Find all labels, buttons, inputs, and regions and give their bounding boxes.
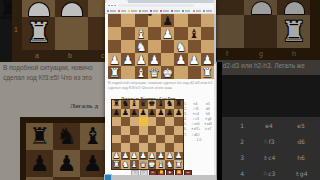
square	[174, 66, 187, 79]
square: ♟	[174, 109, 183, 118]
caption-line1: В подобной ситуации, новичок сделал бы х…	[108, 81, 213, 85]
bg-movelist-row: 4♘c3♗g4	[222, 171, 320, 177]
bookmark-label	[142, 10, 148, 12]
bookmark-favicon-icon	[128, 10, 130, 12]
white-knight-icon: ♞	[122, 161, 129, 169]
black-bishop-icon: ♝	[189, 28, 200, 40]
bg-movelist-row: 1e4e5	[222, 123, 320, 129]
bg-white-rook-icon: ♜	[24, 19, 53, 47]
square	[201, 14, 214, 27]
background-right-enlarged: ♜ f g h д d2-d3 или h2-h3. Легаль же 1e4…	[215, 0, 320, 180]
square	[130, 126, 139, 135]
square: ♛	[148, 66, 161, 79]
square	[148, 40, 161, 53]
white-pawn-icon: ♟	[149, 54, 160, 66]
white-pawn-icon: ♟	[189, 54, 200, 66]
square	[174, 14, 187, 27]
bookmark-label	[196, 10, 202, 12]
square: ♝	[156, 160, 165, 169]
square	[112, 135, 121, 144]
bookmark-label	[163, 10, 169, 12]
movelist-row: 7.♘d5#	[184, 134, 214, 137]
bg-caption-line2: сделал ход Kf3:e5! Что из это	[3, 75, 105, 82]
white-knight-icon: ♞	[166, 161, 173, 169]
bookmark-item[interactable]	[107, 9, 116, 12]
address-bar[interactable]	[118, 4, 194, 7]
square	[121, 14, 134, 27]
bottom-band	[105, 175, 216, 180]
bookmark-label	[206, 10, 212, 12]
movelist-row: 1.e4e5	[184, 103, 214, 106]
white-pawn-icon: ♟	[122, 152, 129, 160]
square: ♜	[112, 160, 121, 169]
white-pawn-icon: ♟	[113, 152, 120, 160]
square	[121, 66, 134, 79]
bg-file-label: f	[226, 50, 228, 57]
square	[112, 126, 121, 135]
white-bishop-icon: ♝	[136, 28, 147, 40]
square	[135, 14, 148, 27]
bg-file-label: h	[292, 50, 296, 57]
square	[108, 40, 121, 53]
square: ♟	[148, 109, 157, 118]
bg-white-pawn-top-icon	[284, 1, 305, 15]
black-pawn-icon: ♟	[122, 109, 129, 117]
square	[165, 126, 174, 135]
white-pawn-icon: ♟	[131, 152, 138, 160]
square: ♝	[130, 160, 139, 169]
diagram2-frame: ♜♞♝♛♚♝♞♜♟♟♟♟♟♟♟♟♟♟♟♟♟♟♟♟♜♞♝♛♚♝♞♜	[111, 99, 184, 170]
square	[165, 135, 174, 144]
square: ♟	[201, 53, 214, 66]
white-bishop-icon: ♝	[131, 161, 138, 169]
square	[188, 66, 201, 79]
bookmark-item[interactable]	[193, 9, 202, 12]
movelist-row: 5.♘xe5♗xd1	[184, 123, 214, 126]
bg-file-label: a	[35, 52, 39, 59]
square	[165, 117, 174, 126]
square	[201, 27, 214, 40]
square	[148, 126, 157, 135]
black-pawn-icon: ♟	[139, 109, 146, 117]
bg-board-frame-bottom	[215, 48, 320, 60]
bookmark-item[interactable]	[118, 9, 127, 12]
square	[174, 27, 187, 40]
bg-file-label: c	[101, 52, 105, 59]
caption-line2: сделал ход Kf3:e5! Что из этого вышло?	[108, 86, 172, 90]
movelist-row: 3.♗c4h6	[184, 113, 214, 116]
square: ♟	[188, 53, 201, 66]
square: ♟	[121, 53, 134, 66]
black-pawn-icon: ♟	[148, 109, 155, 117]
bg-caption-line1: В подобной ситуации, новичо	[3, 65, 105, 72]
black-pawn-icon: ♟	[131, 109, 138, 117]
bg-black-knight-icon: ♞	[53, 125, 80, 148]
bookmark-item[interactable]	[203, 9, 212, 12]
bg-diagram-title-fragment: Легаль д	[70, 102, 98, 110]
bg-black-bishop-icon: ♝	[80, 125, 105, 148]
square	[201, 40, 214, 53]
white-rook-icon: ♜	[113, 161, 120, 169]
square	[121, 117, 130, 126]
movelist-row: 2.♘f3d6	[184, 108, 214, 111]
bg-file-label: g	[259, 50, 263, 57]
bookmark-favicon-icon	[203, 10, 205, 12]
bg-board-frame-bottom	[12, 50, 105, 62]
square: ♞	[174, 40, 187, 53]
square: ♚	[148, 160, 157, 169]
bookmark-favicon-icon	[118, 10, 120, 12]
movelist: 1.e4e52.♘f3d63.♗c4h64.♘c3♗g45.♘xe5♗xd16.…	[184, 103, 214, 144]
white-rook-icon: ♜	[109, 67, 120, 79]
bookmark-label	[185, 10, 191, 12]
square	[108, 27, 121, 40]
square: ♟	[156, 109, 165, 118]
square: ♝	[135, 27, 148, 40]
bg-movelist-panel: 1e4e52♘f3d63♗c4h64♘c3♗g45♘xe5♗xd1	[222, 117, 320, 180]
bookmark-favicon-icon	[107, 10, 109, 12]
bg-square-c1	[88, 17, 105, 50]
square: ♟	[135, 53, 148, 66]
bg-black-pawn-icon: ♟	[26, 153, 53, 175]
white-bishop-icon: ♝	[136, 67, 147, 79]
bookmark-label	[174, 10, 180, 12]
black-pawn-icon: ♟	[157, 109, 164, 117]
square	[188, 40, 201, 53]
black-pawn-icon: ♟	[113, 109, 120, 117]
square	[130, 117, 139, 126]
square: ♟	[161, 14, 174, 27]
bg-caption-fragment: д d2-d3 или h2-h3. Легаль же	[217, 63, 320, 70]
square: ♝	[188, 27, 201, 40]
square: ♟	[161, 27, 174, 40]
square: ♞	[165, 160, 174, 169]
white-pawn-icon: ♟	[109, 54, 120, 66]
square: ♟	[121, 109, 130, 118]
movelist-row: 4.♘c3♗g4	[184, 118, 214, 121]
square	[139, 135, 148, 144]
bg-square	[26, 177, 53, 180]
square	[174, 117, 183, 126]
background-left-enlarged: ♜ 1 ♜ a b c В подобной ситуации, новичо …	[0, 0, 105, 180]
white-pawn-icon: ♟	[166, 152, 173, 160]
bookmarks-row	[107, 9, 214, 12]
square	[108, 14, 121, 27]
white-knight-icon: ♞	[175, 41, 186, 53]
bg-black-pawn-icon: ♟	[53, 153, 80, 175]
square	[188, 14, 201, 27]
white-pawn-icon: ♟	[136, 54, 147, 66]
black-pawn-icon: ♟	[175, 109, 182, 117]
bookmark-item[interactable]	[150, 9, 159, 12]
white-pawn-icon: ♟	[139, 152, 146, 160]
bg-square-g1	[244, 15, 277, 48]
bookmark-favicon-icon	[182, 10, 184, 12]
diagram2-chessboard: ♜♞♝♛♚♝♞♜♟♟♟♟♟♟♟♟♟♟♟♟♟♟♟♟♜♞♝♛♚♝♞♜	[112, 100, 183, 169]
bookmark-favicon-icon	[171, 10, 173, 12]
square: ♟	[148, 53, 161, 66]
white-pawn-icon: ♟	[122, 54, 133, 66]
browser-page: ♟♝♟♝♞♞♟♟♟♟♟♟♟♜♝♛♚♜ В подобной ситуации, …	[105, 0, 216, 180]
square: ♟	[108, 53, 121, 66]
square: ♟	[165, 109, 174, 118]
square	[148, 117, 157, 126]
square: ♜	[201, 66, 214, 79]
black-pawn-icon: ♟	[166, 109, 173, 117]
square: ♞	[121, 160, 130, 169]
square: ♟	[130, 109, 139, 118]
square: ♛	[139, 160, 148, 169]
bookmark-favicon-icon	[150, 10, 152, 12]
square	[112, 117, 121, 126]
square	[156, 135, 165, 144]
white-king-icon: ♚	[162, 67, 173, 79]
white-queen-icon: ♛	[139, 161, 146, 169]
square	[121, 126, 130, 135]
square: ♝	[135, 66, 148, 79]
bg-white-pawn-top-icon	[61, 2, 83, 17]
square	[121, 27, 134, 40]
square	[156, 117, 165, 126]
square	[148, 135, 157, 144]
square: ♜	[174, 160, 183, 169]
white-pawn-icon: ♟	[175, 54, 186, 66]
square	[121, 135, 130, 144]
movelist-row: 6.♗xf7+♔e7	[184, 128, 214, 131]
square	[174, 135, 183, 144]
bookmark-label	[153, 10, 159, 12]
bg-black-rook-icon: ♜	[26, 125, 53, 148]
white-bishop-icon: ♝	[157, 161, 164, 169]
square: ♜	[108, 66, 121, 79]
square	[139, 126, 148, 135]
bookmark-favicon-icon	[160, 10, 162, 12]
bg-square-f1	[215, 15, 244, 48]
white-pawn-icon: ♟	[148, 152, 155, 160]
bookmark-item[interactable]	[171, 9, 180, 12]
bg-square-f2	[215, 0, 244, 15]
white-king-icon: ♚	[148, 161, 155, 169]
square	[174, 126, 183, 135]
bg-square	[80, 177, 105, 180]
bg-file-label: b	[68, 52, 72, 59]
bookmark-item[interactable]	[128, 9, 137, 12]
square	[121, 40, 134, 53]
bookmark-favicon-icon	[139, 10, 141, 12]
square: ♟	[112, 109, 121, 118]
bg-movelist: 1e4e52♘f3d63♗c4h64♘c3♗g45♘xe5♗xd1	[222, 123, 320, 180]
scrollbar-thumb[interactable]	[214, 14, 216, 64]
square	[148, 27, 161, 40]
bookmark-label	[110, 10, 116, 12]
bg-rank-label: 1	[14, 26, 18, 33]
bookmark-item[interactable]	[139, 9, 148, 12]
white-knight-icon: ♞	[136, 41, 147, 53]
bg-square	[88, 0, 105, 17]
square	[161, 40, 174, 53]
black-pawn-icon: ♟	[162, 15, 173, 27]
bookmark-label	[121, 10, 127, 12]
video-frame: ♜ 1 ♜ a b c В подобной ситуации, новичо …	[0, 0, 320, 180]
white-pawn-icon: ♟	[162, 28, 173, 40]
square: ♞	[135, 40, 148, 53]
square	[156, 126, 165, 135]
square	[139, 117, 148, 126]
white-rook-icon: ♜	[202, 67, 213, 79]
square	[130, 135, 139, 144]
bg-movelist-row: 2♘f3d6	[222, 139, 320, 145]
diagram1-chessboard: ♟♝♟♝♞♞♟♟♟♟♟♟♟♜♝♛♚♜	[108, 14, 214, 79]
bg-white-pawn-top-icon	[28, 2, 50, 17]
bookmark-label	[131, 10, 137, 12]
square	[161, 53, 174, 66]
square: ♟	[174, 53, 187, 66]
white-pawn-icon: ♟	[202, 54, 213, 66]
bg-square	[53, 177, 80, 180]
square: ♚	[161, 66, 174, 79]
bg-white-rook-icon: ♜	[277, 18, 310, 46]
white-pawn-icon: ♟	[157, 152, 164, 160]
square: ♟	[139, 109, 148, 118]
bookmark-item[interactable]	[182, 9, 191, 12]
white-queen-icon: ♛	[149, 67, 160, 79]
bg-movelist-row: 3♗c4h6	[222, 155, 320, 161]
white-pawn-icon: ♟	[175, 152, 182, 160]
game-result: 1-0	[184, 139, 214, 142]
taskbar-icon[interactable]	[104, 174, 112, 180]
bookmark-item[interactable]	[160, 9, 169, 12]
white-rook-icon: ♜	[175, 161, 182, 169]
bookmark-favicon-icon	[193, 10, 195, 12]
bg-black-pawn-icon: ♟	[80, 153, 105, 175]
bg-white-pawn-top-icon	[251, 1, 272, 15]
bg-square-b1	[55, 17, 88, 50]
